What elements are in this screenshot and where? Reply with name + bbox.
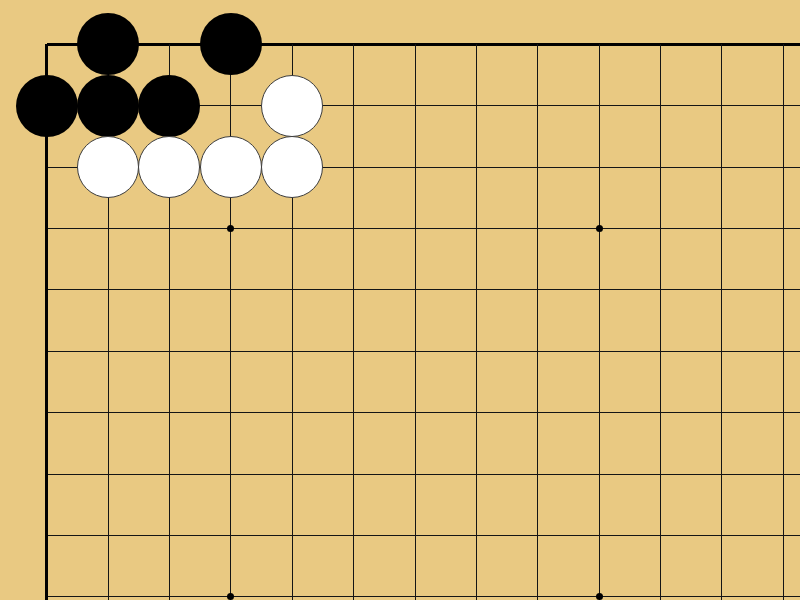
intersection-9-4[interactable] bbox=[507, 198, 568, 259]
intersection-4-10[interactable] bbox=[200, 566, 261, 600]
intersection-6-1[interactable] bbox=[323, 14, 384, 75]
intersection-10-2[interactable] bbox=[569, 75, 630, 136]
intersection-8-6[interactable] bbox=[446, 321, 507, 382]
intersection-2-3[interactable] bbox=[77, 136, 138, 197]
intersection-9-5[interactable] bbox=[507, 259, 568, 320]
intersection-5-7[interactable] bbox=[262, 382, 323, 443]
intersection-12-7[interactable] bbox=[691, 382, 752, 443]
intersection-12-8[interactable] bbox=[691, 443, 752, 504]
intersection-7-1[interactable] bbox=[384, 14, 445, 75]
intersection-5-5[interactable] bbox=[262, 259, 323, 320]
intersection-6-6[interactable] bbox=[323, 321, 384, 382]
intersection-2-2[interactable] bbox=[77, 75, 138, 136]
intersection-7-3[interactable] bbox=[384, 136, 445, 197]
intersection-7-10[interactable] bbox=[384, 566, 445, 600]
intersection-1-9[interactable] bbox=[16, 505, 77, 566]
white-stone-E18[interactable] bbox=[261, 75, 323, 137]
intersection-8-7[interactable] bbox=[446, 382, 507, 443]
intersection-2-5[interactable] bbox=[77, 259, 138, 320]
black-stone-D19[interactable] bbox=[200, 13, 262, 75]
black-stone-A18[interactable] bbox=[16, 75, 78, 137]
intersection-11-8[interactable] bbox=[630, 443, 691, 504]
intersection-9-8[interactable] bbox=[507, 443, 568, 504]
intersection-8-10[interactable] bbox=[446, 566, 507, 600]
white-stone-E17[interactable] bbox=[261, 136, 323, 198]
intersection-11-4[interactable] bbox=[630, 198, 691, 259]
go-board-diagram bbox=[0, 0, 800, 600]
intersection-3-1[interactable] bbox=[139, 14, 200, 75]
intersection-2-9[interactable] bbox=[77, 505, 138, 566]
intersection-13-2[interactable] bbox=[753, 75, 800, 136]
intersection-4-3[interactable] bbox=[200, 136, 261, 197]
intersection-3-9[interactable] bbox=[139, 505, 200, 566]
intersection-5-6[interactable] bbox=[262, 321, 323, 382]
star-point bbox=[596, 593, 603, 600]
intersection-11-3[interactable] bbox=[630, 136, 691, 197]
intersection-8-8[interactable] bbox=[446, 443, 507, 504]
intersection-7-8[interactable] bbox=[384, 443, 445, 504]
intersection-11-6[interactable] bbox=[630, 321, 691, 382]
intersection-3-2[interactable] bbox=[139, 75, 200, 136]
intersection-1-6[interactable] bbox=[16, 321, 77, 382]
intersection-13-6[interactable] bbox=[753, 321, 800, 382]
intersection-10-9[interactable] bbox=[569, 505, 630, 566]
intersection-7-6[interactable] bbox=[384, 321, 445, 382]
intersection-2-6[interactable] bbox=[77, 321, 138, 382]
intersection-9-3[interactable] bbox=[507, 136, 568, 197]
intersection-8-9[interactable] bbox=[446, 505, 507, 566]
intersection-9-10[interactable] bbox=[507, 566, 568, 600]
white-stone-B17[interactable] bbox=[77, 136, 139, 198]
intersection-12-10[interactable] bbox=[691, 566, 752, 600]
intersection-3-3[interactable] bbox=[139, 136, 200, 197]
intersection-2-1[interactable] bbox=[77, 14, 138, 75]
intersection-1-5[interactable] bbox=[16, 259, 77, 320]
intersection-1-1[interactable] bbox=[16, 14, 77, 75]
intersection-1-2[interactable] bbox=[16, 75, 77, 136]
intersection-5-4[interactable] bbox=[262, 198, 323, 259]
intersection-5-9[interactable] bbox=[262, 505, 323, 566]
intersection-8-5[interactable] bbox=[446, 259, 507, 320]
intersection-4-4[interactable] bbox=[200, 198, 261, 259]
go-board bbox=[16, 14, 800, 600]
intersection-3-6[interactable] bbox=[139, 321, 200, 382]
intersection-13-8[interactable] bbox=[753, 443, 800, 504]
black-stone-C18[interactable] bbox=[138, 75, 200, 137]
intersection-12-5[interactable] bbox=[691, 259, 752, 320]
intersection-6-5[interactable] bbox=[323, 259, 384, 320]
star-point bbox=[596, 225, 603, 232]
intersection-13-7[interactable] bbox=[753, 382, 800, 443]
intersection-4-9[interactable] bbox=[200, 505, 261, 566]
intersection-12-9[interactable] bbox=[691, 505, 752, 566]
intersection-1-3[interactable] bbox=[16, 136, 77, 197]
intersection-13-3[interactable] bbox=[753, 136, 800, 197]
intersection-11-9[interactable] bbox=[630, 505, 691, 566]
intersection-10-10[interactable] bbox=[569, 566, 630, 600]
intersection-4-1[interactable] bbox=[200, 14, 261, 75]
black-stone-B19[interactable] bbox=[77, 13, 139, 75]
intersection-10-5[interactable] bbox=[569, 259, 630, 320]
intersection-7-5[interactable] bbox=[384, 259, 445, 320]
intersection-12-2[interactable] bbox=[691, 75, 752, 136]
intersection-8-3[interactable] bbox=[446, 136, 507, 197]
intersection-8-1[interactable] bbox=[446, 14, 507, 75]
intersection-13-5[interactable] bbox=[753, 259, 800, 320]
intersection-5-2[interactable] bbox=[262, 75, 323, 136]
intersection-4-8[interactable] bbox=[200, 443, 261, 504]
intersection-11-7[interactable] bbox=[630, 382, 691, 443]
intersection-9-7[interactable] bbox=[507, 382, 568, 443]
intersection-10-6[interactable] bbox=[569, 321, 630, 382]
intersection-5-8[interactable] bbox=[262, 443, 323, 504]
intersection-11-5[interactable] bbox=[630, 259, 691, 320]
intersection-12-3[interactable] bbox=[691, 136, 752, 197]
intersection-8-4[interactable] bbox=[446, 198, 507, 259]
intersection-9-6[interactable] bbox=[507, 321, 568, 382]
intersection-12-4[interactable] bbox=[691, 198, 752, 259]
intersection-4-6[interactable] bbox=[200, 321, 261, 382]
intersection-10-3[interactable] bbox=[569, 136, 630, 197]
intersection-12-1[interactable] bbox=[691, 14, 752, 75]
intersection-13-10[interactable] bbox=[753, 566, 800, 600]
white-stone-D17[interactable] bbox=[200, 136, 262, 198]
intersection-6-4[interactable] bbox=[323, 198, 384, 259]
intersection-10-7[interactable] bbox=[569, 382, 630, 443]
black-stone-B18[interactable] bbox=[77, 75, 139, 137]
intersection-2-7[interactable] bbox=[77, 382, 138, 443]
intersection-1-4[interactable] bbox=[16, 198, 77, 259]
intersection-3-10[interactable] bbox=[139, 566, 200, 600]
intersection-13-4[interactable] bbox=[753, 198, 800, 259]
intersection-8-2[interactable] bbox=[446, 75, 507, 136]
intersection-13-9[interactable] bbox=[753, 505, 800, 566]
intersection-6-7[interactable] bbox=[323, 382, 384, 443]
intersection-4-5[interactable] bbox=[200, 259, 261, 320]
intersection-7-9[interactable] bbox=[384, 505, 445, 566]
intersection-1-10[interactable] bbox=[16, 566, 77, 600]
intersection-6-3[interactable] bbox=[323, 136, 384, 197]
intersection-4-2[interactable] bbox=[200, 75, 261, 136]
intersection-1-7[interactable] bbox=[16, 382, 77, 443]
intersection-4-7[interactable] bbox=[200, 382, 261, 443]
intersection-6-10[interactable] bbox=[323, 566, 384, 600]
intersection-10-1[interactable] bbox=[569, 14, 630, 75]
white-stone-C17[interactable] bbox=[138, 136, 200, 198]
intersection-7-2[interactable] bbox=[384, 75, 445, 136]
intersection-5-10[interactable] bbox=[262, 566, 323, 600]
intersection-2-4[interactable] bbox=[77, 198, 138, 259]
intersection-11-2[interactable] bbox=[630, 75, 691, 136]
star-point bbox=[227, 225, 234, 232]
intersection-6-2[interactable] bbox=[323, 75, 384, 136]
intersection-3-4[interactable] bbox=[139, 198, 200, 259]
intersection-11-1[interactable] bbox=[630, 14, 691, 75]
intersection-5-3[interactable] bbox=[262, 136, 323, 197]
star-point bbox=[227, 593, 234, 600]
intersection-1-8[interactable] bbox=[16, 443, 77, 504]
intersection-7-7[interactable] bbox=[384, 382, 445, 443]
intersection-7-4[interactable] bbox=[384, 198, 445, 259]
intersection-13-1[interactable] bbox=[753, 14, 800, 75]
intersection-2-10[interactable] bbox=[77, 566, 138, 600]
intersection-9-9[interactable] bbox=[507, 505, 568, 566]
intersection-11-10[interactable] bbox=[630, 566, 691, 600]
intersection-10-4[interactable] bbox=[569, 198, 630, 259]
intersection-12-6[interactable] bbox=[691, 321, 752, 382]
intersection-10-8[interactable] bbox=[569, 443, 630, 504]
intersection-3-8[interactable] bbox=[139, 443, 200, 504]
intersection-2-8[interactable] bbox=[77, 443, 138, 504]
intersection-9-2[interactable] bbox=[507, 75, 568, 136]
intersection-6-9[interactable] bbox=[323, 505, 384, 566]
intersection-6-8[interactable] bbox=[323, 443, 384, 504]
intersection-5-1[interactable] bbox=[262, 14, 323, 75]
intersection-3-7[interactable] bbox=[139, 382, 200, 443]
intersection-3-5[interactable] bbox=[139, 259, 200, 320]
intersection-9-1[interactable] bbox=[507, 14, 568, 75]
